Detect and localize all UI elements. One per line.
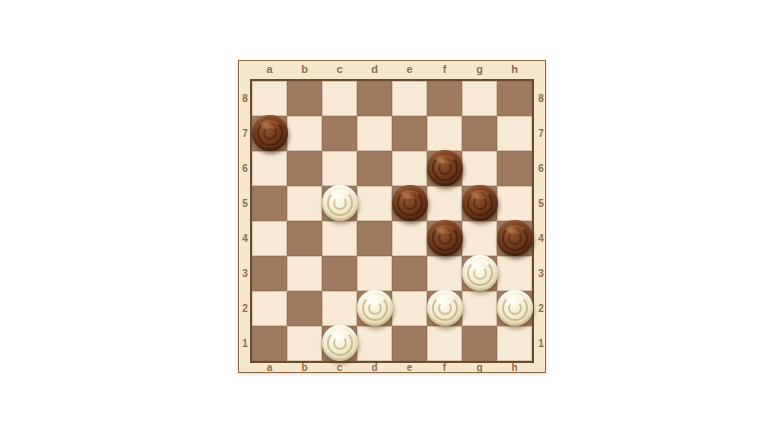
square-a2 bbox=[252, 291, 287, 326]
file-label-bottom-f: f bbox=[427, 362, 462, 374]
file-label-bottom-c: c bbox=[322, 362, 357, 374]
file-label-bottom-b: b bbox=[287, 362, 322, 374]
black-man-e5[interactable] bbox=[392, 185, 428, 221]
white-man-d2[interactable] bbox=[357, 290, 393, 326]
piece-ring-outer bbox=[432, 225, 458, 251]
square-b8[interactable] bbox=[287, 81, 322, 116]
square-h5 bbox=[497, 186, 532, 221]
square-g1[interactable] bbox=[462, 326, 497, 361]
square-b3 bbox=[287, 256, 322, 291]
square-c6 bbox=[322, 151, 357, 186]
square-g7[interactable] bbox=[462, 116, 497, 151]
square-d4[interactable] bbox=[357, 221, 392, 256]
square-c2 bbox=[322, 291, 357, 326]
piece-highlight bbox=[330, 191, 344, 202]
square-h6[interactable] bbox=[497, 151, 532, 186]
square-f8[interactable] bbox=[427, 81, 462, 116]
rank-labels-right: 87654321 bbox=[535, 81, 547, 361]
square-e1[interactable] bbox=[392, 326, 427, 361]
board-field bbox=[250, 79, 534, 363]
square-b7 bbox=[287, 116, 322, 151]
square-e2 bbox=[392, 291, 427, 326]
square-d8[interactable] bbox=[357, 81, 392, 116]
piece-ring-inner bbox=[403, 196, 417, 210]
file-label-top-f: f bbox=[427, 61, 462, 79]
file-label-top-b: b bbox=[287, 61, 322, 79]
square-h3 bbox=[497, 256, 532, 291]
piece-ring-outer bbox=[327, 190, 353, 216]
checkers-board: abcdefgh 87654321 87654321 abcdefgh bbox=[238, 60, 546, 373]
file-labels-bottom: abcdefgh bbox=[252, 362, 532, 374]
square-c8 bbox=[322, 81, 357, 116]
piece-ring-outer bbox=[467, 190, 493, 216]
file-label-bottom-d: d bbox=[357, 362, 392, 374]
square-d5 bbox=[357, 186, 392, 221]
square-f5 bbox=[427, 186, 462, 221]
square-e6 bbox=[392, 151, 427, 186]
square-a5[interactable] bbox=[252, 186, 287, 221]
file-label-top-a: a bbox=[252, 61, 287, 79]
piece-ring-outer bbox=[397, 190, 423, 216]
piece-ring-inner bbox=[333, 336, 347, 350]
white-man-f2[interactable] bbox=[427, 290, 463, 326]
square-b2[interactable] bbox=[287, 291, 322, 326]
square-g4 bbox=[462, 221, 497, 256]
piece-ring-inner bbox=[438, 161, 452, 175]
piece-highlight bbox=[504, 225, 518, 235]
file-label-bottom-g: g bbox=[462, 362, 497, 374]
square-b4[interactable] bbox=[287, 221, 322, 256]
square-g8 bbox=[462, 81, 497, 116]
square-h1 bbox=[497, 326, 532, 361]
piece-highlight bbox=[365, 296, 379, 307]
white-man-g3[interactable] bbox=[462, 255, 498, 291]
piece-highlight bbox=[469, 190, 483, 200]
black-man-a7[interactable] bbox=[252, 115, 288, 151]
square-b1 bbox=[287, 326, 322, 361]
file-label-bottom-a: a bbox=[252, 362, 287, 374]
piece-highlight bbox=[434, 225, 448, 235]
piece-ring-inner bbox=[508, 231, 522, 245]
square-c7[interactable] bbox=[322, 116, 357, 151]
black-man-f4[interactable] bbox=[427, 220, 463, 256]
square-f1 bbox=[427, 326, 462, 361]
square-e4 bbox=[392, 221, 427, 256]
black-man-f6[interactable] bbox=[427, 150, 463, 186]
piece-highlight bbox=[259, 120, 273, 130]
rank-label-right-5: 5 bbox=[535, 186, 547, 221]
rank-label-right-7: 7 bbox=[535, 116, 547, 151]
rank-label-right-1: 1 bbox=[535, 326, 547, 361]
square-h8[interactable] bbox=[497, 81, 532, 116]
file-label-top-d: d bbox=[357, 61, 392, 79]
file-label-bottom-h: h bbox=[497, 362, 532, 374]
square-b5 bbox=[287, 186, 322, 221]
square-a3[interactable] bbox=[252, 256, 287, 291]
square-a1[interactable] bbox=[252, 326, 287, 361]
piece-ring-inner bbox=[438, 231, 452, 245]
piece-highlight bbox=[434, 155, 448, 165]
black-man-h4[interactable] bbox=[497, 220, 533, 256]
rank-label-right-8: 8 bbox=[535, 81, 547, 116]
square-e8 bbox=[392, 81, 427, 116]
square-a4 bbox=[252, 221, 287, 256]
piece-ring-inner bbox=[508, 301, 522, 315]
piece-highlight bbox=[399, 190, 413, 200]
piece-ring-outer bbox=[432, 295, 458, 321]
file-label-top-c: c bbox=[322, 61, 357, 79]
black-man-g5[interactable] bbox=[462, 185, 498, 221]
white-man-h2[interactable] bbox=[497, 290, 533, 326]
square-d6[interactable] bbox=[357, 151, 392, 186]
piece-ring-outer bbox=[362, 295, 388, 321]
square-d7 bbox=[357, 116, 392, 151]
piece-ring-outer bbox=[467, 260, 493, 286]
white-man-c1[interactable] bbox=[322, 325, 358, 361]
square-c3[interactable] bbox=[322, 256, 357, 291]
rank-label-right-4: 4 bbox=[535, 221, 547, 256]
square-f3 bbox=[427, 256, 462, 291]
square-d3 bbox=[357, 256, 392, 291]
square-e3[interactable] bbox=[392, 256, 427, 291]
piece-ring-outer bbox=[502, 295, 528, 321]
file-labels-top: abcdefgh bbox=[252, 61, 532, 79]
square-c4 bbox=[322, 221, 357, 256]
square-a8 bbox=[252, 81, 287, 116]
square-g6 bbox=[462, 151, 497, 186]
file-label-top-g: g bbox=[462, 61, 497, 79]
piece-ring-outer bbox=[432, 155, 458, 181]
file-label-bottom-e: e bbox=[392, 362, 427, 374]
piece-ring-inner bbox=[263, 126, 277, 140]
white-man-c5[interactable] bbox=[322, 185, 358, 221]
piece-ring-inner bbox=[473, 196, 487, 210]
rank-label-right-2: 2 bbox=[535, 291, 547, 326]
rank-label-right-6: 6 bbox=[535, 151, 547, 186]
square-a6 bbox=[252, 151, 287, 186]
piece-ring-inner bbox=[473, 266, 487, 280]
piece-ring-outer bbox=[502, 225, 528, 251]
piece-ring-inner bbox=[333, 196, 347, 210]
piece-ring-outer bbox=[327, 330, 353, 356]
piece-ring-inner bbox=[368, 301, 382, 315]
rank-label-right-3: 3 bbox=[535, 256, 547, 291]
file-label-top-e: e bbox=[392, 61, 427, 79]
piece-highlight bbox=[470, 261, 484, 272]
piece-highlight bbox=[505, 296, 519, 307]
square-h7 bbox=[497, 116, 532, 151]
square-d1 bbox=[357, 326, 392, 361]
square-f7 bbox=[427, 116, 462, 151]
square-e7[interactable] bbox=[392, 116, 427, 151]
square-b6[interactable] bbox=[287, 151, 322, 186]
square-g2 bbox=[462, 291, 497, 326]
piece-ring-inner bbox=[438, 301, 452, 315]
piece-highlight bbox=[435, 296, 449, 307]
piece-ring-outer bbox=[257, 120, 283, 146]
file-label-top-h: h bbox=[497, 61, 532, 79]
piece-highlight bbox=[330, 331, 344, 342]
